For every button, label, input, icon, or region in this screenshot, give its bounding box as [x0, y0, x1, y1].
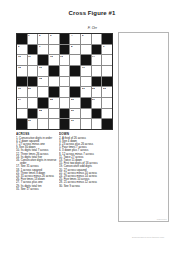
black-cell — [102, 119, 112, 129]
grid-cell-r8c9[interactable] — [102, 109, 112, 119]
grid-cell-r1c7[interactable]: 5 — [81, 34, 91, 44]
grid-cell-r1c6[interactable]: 4 — [70, 34, 80, 44]
down-heading: DOWN — [59, 132, 105, 135]
black-cell — [92, 45, 102, 55]
grid-cell-r7c8[interactable]: 27 — [92, 98, 102, 108]
grid-cell-r6c8[interactable]: 22 — [92, 87, 102, 97]
clue-number: 25 — [50, 98, 53, 101]
clue-number: 5 — [82, 34, 83, 37]
clue-number: 10 — [18, 55, 21, 58]
clue-number: 19 — [18, 87, 21, 90]
clue-number: 12 — [50, 55, 53, 58]
grid-cell-r4c2[interactable] — [28, 66, 38, 76]
clue-number: 21 — [82, 87, 85, 90]
clue-number: 26 — [71, 98, 74, 101]
puzzle-title: Cross Figure #1 — [0, 10, 184, 16]
black-cell — [92, 77, 102, 87]
black-cell — [81, 55, 91, 65]
grid-cell-r4c1[interactable]: 15 — [17, 66, 27, 76]
grid-cell-r4c5[interactable] — [60, 66, 70, 76]
grid-cell-r7c9[interactable] — [102, 98, 112, 108]
clue-number: 14 — [92, 55, 95, 58]
black-cell — [60, 45, 70, 55]
black-cell — [17, 34, 27, 44]
grid-cell-r3c2[interactable]: 11 — [28, 55, 38, 65]
page-footer: Downloaded from thinks.com — [113, 235, 183, 238]
grid-cell-r8c7[interactable] — [81, 109, 91, 119]
across-heading: ACROSS — [16, 132, 58, 135]
black-cell — [70, 66, 80, 76]
grid-cell-r5c3[interactable]: 18 — [38, 77, 48, 87]
clue-number: 20 — [28, 87, 31, 90]
black-cell — [28, 77, 38, 87]
black-cell — [102, 34, 112, 44]
grid-cell-r1c8[interactable] — [92, 34, 102, 44]
clue-number: 15 — [18, 66, 21, 69]
black-cell — [49, 87, 59, 97]
puzzle-page: Cross Figure #1 F. Orr 12345678910111213… — [0, 0, 184, 260]
grid-cell-r9c7[interactable] — [81, 119, 91, 129]
black-cell — [28, 109, 38, 119]
black-cell — [17, 77, 27, 87]
grid-cell-r1c2[interactable]: 1 — [28, 34, 38, 44]
across-clue: 31. See 17 across — [16, 187, 58, 190]
clue-number: 31 — [71, 119, 74, 122]
grid-cell-r5c5[interactable] — [60, 77, 70, 87]
clue-number: 24 — [18, 98, 21, 101]
grid-cell-r8c6[interactable]: 29 — [70, 109, 80, 119]
grid-cell-r5c7[interactable] — [81, 77, 91, 87]
grid-cell-r2c4[interactable] — [49, 45, 59, 55]
clue-number: 18 — [39, 77, 42, 80]
grid-cell-r4c8[interactable] — [92, 66, 102, 76]
grid-cell-r7c5[interactable] — [60, 98, 70, 108]
grid-cell-r9c2[interactable]: 30 — [28, 119, 38, 129]
grid-cell-r7c4[interactable]: 25 — [49, 98, 59, 108]
black-cell — [60, 119, 70, 129]
grid-cell-r6c3[interactable] — [38, 87, 48, 97]
clue-number: 27 — [92, 98, 95, 101]
grid-cell-r4c9[interactable] — [102, 66, 112, 76]
grid-cell-r6c9[interactable]: 23 — [102, 87, 112, 97]
grid-cell-r3c8[interactable]: 14 — [92, 55, 102, 65]
across-clue-list: 1. Consecutive digits in order4. 2 down … — [16, 136, 58, 191]
grid-cell-r7c6[interactable]: 26 — [70, 98, 80, 108]
black-cell — [60, 109, 70, 119]
black-cell — [38, 55, 48, 65]
grid-cell-r2c1[interactable]: 6 — [17, 45, 27, 55]
black-cell — [70, 87, 80, 97]
grid-cell-r6c1[interactable]: 19 — [17, 87, 27, 97]
grid-cell-r6c2[interactable]: 20 — [28, 87, 38, 97]
grid-cell-r2c6[interactable]: 8 — [70, 45, 80, 55]
clue-number: 1 — [28, 34, 29, 37]
workings-box[interactable]: workings — [118, 32, 169, 222]
black-cell — [17, 119, 27, 129]
grid-cell-r3c9[interactable] — [102, 55, 112, 65]
clue-number: 8 — [71, 45, 72, 48]
black-cell — [60, 34, 70, 44]
grid-cell-r9c8[interactable] — [92, 119, 102, 129]
grid-cell-r8c1[interactable] — [17, 109, 27, 119]
black-cell — [81, 98, 91, 108]
grid-cell-r3c4[interactable]: 12 — [49, 55, 59, 65]
grid-cell-r2c3[interactable]: 7 — [38, 45, 48, 55]
grid-cell-r9c4[interactable] — [49, 119, 59, 129]
black-cell — [28, 45, 38, 55]
clue-number: 22 — [92, 87, 95, 90]
grid-cell-r3c6[interactable] — [70, 55, 80, 65]
clue-number: 23 — [103, 87, 106, 90]
grid-cell-r2c9[interactable]: 9 — [102, 45, 112, 55]
grid-cell-r9c6[interactable]: 31 — [70, 119, 80, 129]
down-clue: 30. See 9 across — [59, 184, 105, 187]
grid-cell-r6c5[interactable] — [60, 87, 70, 97]
grid-cell-r5c4[interactable] — [49, 77, 59, 87]
grid-cell-r4c7[interactable]: 17 — [81, 66, 91, 76]
grid-cell-r3c5[interactable]: 13 — [60, 55, 70, 65]
grid-cell-r1c3[interactable]: 2 — [38, 34, 48, 44]
clue-number: 30 — [28, 119, 31, 122]
black-cell — [49, 66, 59, 76]
grid-cell-r7c1[interactable]: 24 — [17, 98, 27, 108]
down-clue-list: 2. A third of 26 across3. See 4 down4. 2… — [59, 136, 105, 187]
clue-number: 9 — [103, 45, 104, 48]
clue-number: 3 — [50, 34, 51, 37]
grid-cell-r9c3[interactable] — [38, 119, 48, 129]
grid-cell-r6c7[interactable]: 21 — [81, 87, 91, 97]
clue-number: 29 — [71, 109, 74, 112]
black-cell — [92, 109, 102, 119]
clue-number: 11 — [28, 55, 31, 58]
black-cell — [38, 98, 48, 108]
grid-cell-r8c3[interactable]: 28 — [38, 109, 48, 119]
clue-number: 17 — [82, 66, 85, 69]
puzzle-grid-frame: 1234567891011121314151617181920212223242… — [16, 33, 113, 130]
grid-cell-r2c7[interactable] — [81, 45, 91, 55]
clue-number: 13 — [60, 55, 63, 58]
clue-number: 2 — [39, 34, 40, 37]
across-clues-column: ACROSS 1. Consecutive digits in order4. … — [16, 132, 58, 190]
grid-cell-r5c6[interactable] — [70, 77, 80, 87]
puzzle-grid: 1234567891011121314151617181920212223242… — [17, 34, 112, 129]
grid-cell-r1c4[interactable]: 3 — [49, 34, 59, 44]
grid-cell-r4c3[interactable]: 16 — [38, 66, 48, 76]
clue-number: 7 — [39, 45, 40, 48]
grid-cell-r7c2[interactable] — [28, 98, 38, 108]
clue-number: 16 — [39, 66, 42, 69]
clue-number: 4 — [71, 34, 72, 37]
workings-label: workings — [157, 217, 167, 220]
grid-cell-r3c1[interactable]: 10 — [17, 55, 27, 65]
down-clues-column: DOWN 2. A third of 26 across3. See 4 dow… — [59, 132, 105, 187]
puzzle-byline: F. Orr — [87, 26, 96, 30]
clue-number: 28 — [39, 109, 42, 112]
clue-number: 6 — [18, 45, 19, 48]
grid-cell-r8c4[interactable] — [49, 109, 59, 119]
black-cell — [102, 77, 112, 87]
